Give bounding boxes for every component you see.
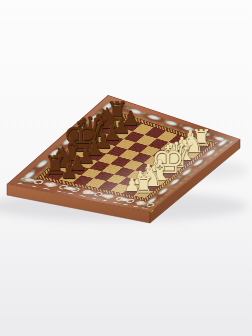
chess-set-product-photo: ♜♞♝♛♚♝♞♜♟♟♟♟♟♟♟♟♟♟♟♟♟♟♟♟♜♞♝♛♚♝♞♜ <box>0 0 252 336</box>
